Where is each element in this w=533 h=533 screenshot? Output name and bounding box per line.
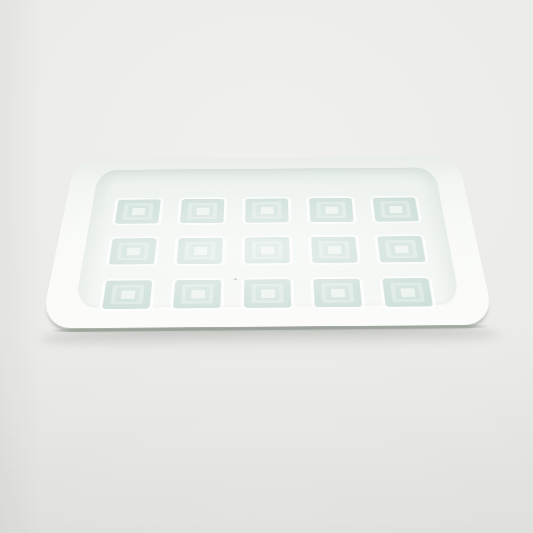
- motif-center: [389, 206, 403, 213]
- motif-band-light: [251, 284, 283, 304]
- glaze-speck: [234, 278, 237, 280]
- motif-band-light: [187, 203, 217, 220]
- motif-square: [245, 237, 290, 263]
- motif-center: [193, 247, 207, 255]
- motif-band-light: [252, 241, 283, 259]
- motif-band-aqua: [325, 286, 349, 300]
- motif-band-light: [122, 203, 153, 220]
- motif-square: [382, 278, 433, 307]
- motif-center: [394, 245, 408, 253]
- motif-center: [120, 290, 135, 298]
- motif-center: [126, 247, 140, 255]
- motif-square: [373, 197, 419, 221]
- motif-center: [327, 246, 341, 254]
- motif-band-light: [110, 285, 144, 305]
- motif-band-light: [318, 241, 350, 259]
- motif-band-aqua: [188, 244, 211, 257]
- motif-band-aqua: [395, 285, 420, 299]
- motif-square: [245, 198, 288, 222]
- motif-band-aqua: [127, 205, 150, 217]
- motif-band-aqua: [384, 203, 407, 215]
- motif-band-aqua: [256, 286, 279, 300]
- motif-center: [196, 207, 209, 214]
- motif-band-aqua: [185, 287, 209, 301]
- motif-center: [325, 206, 338, 213]
- motif-band-light: [184, 242, 216, 260]
- motif-band-aqua: [121, 245, 145, 258]
- motif-square: [180, 199, 224, 223]
- photo-background: [0, 0, 533, 533]
- motif-band-aqua: [191, 205, 213, 217]
- motif-square: [115, 199, 161, 223]
- motif-grid: [102, 197, 433, 309]
- motif-band-aqua: [389, 243, 413, 256]
- motif-square: [313, 279, 362, 308]
- motif-center: [131, 208, 145, 215]
- motif-square: [309, 198, 354, 222]
- motif-square: [109, 238, 157, 264]
- motif-square: [102, 280, 152, 309]
- motif-band-light: [117, 242, 150, 260]
- motif-band-aqua: [115, 287, 140, 301]
- motif-center: [190, 290, 204, 298]
- motif-square: [377, 236, 425, 262]
- motif-center: [260, 207, 273, 214]
- motif-band-light: [316, 202, 346, 219]
- motif-square: [177, 238, 223, 264]
- motif-band-aqua: [323, 243, 346, 256]
- motif-band-aqua: [256, 204, 278, 216]
- motif-band-light: [321, 283, 354, 303]
- motif-square: [311, 237, 358, 263]
- motif-center: [261, 246, 274, 254]
- porcelain-platter: [40, 156, 495, 328]
- motif-band-light: [181, 284, 214, 304]
- motif-band-light: [252, 202, 281, 219]
- motif-band-light: [385, 240, 418, 258]
- motif-center: [400, 288, 415, 296]
- motif-band-aqua: [320, 204, 342, 216]
- motif-band-aqua: [256, 244, 278, 257]
- motif-band-light: [390, 283, 425, 303]
- motif-square: [173, 280, 221, 309]
- motif-square: [244, 279, 291, 308]
- motif-band-light: [380, 201, 412, 218]
- motif-center: [330, 289, 344, 297]
- motif-center: [261, 289, 275, 297]
